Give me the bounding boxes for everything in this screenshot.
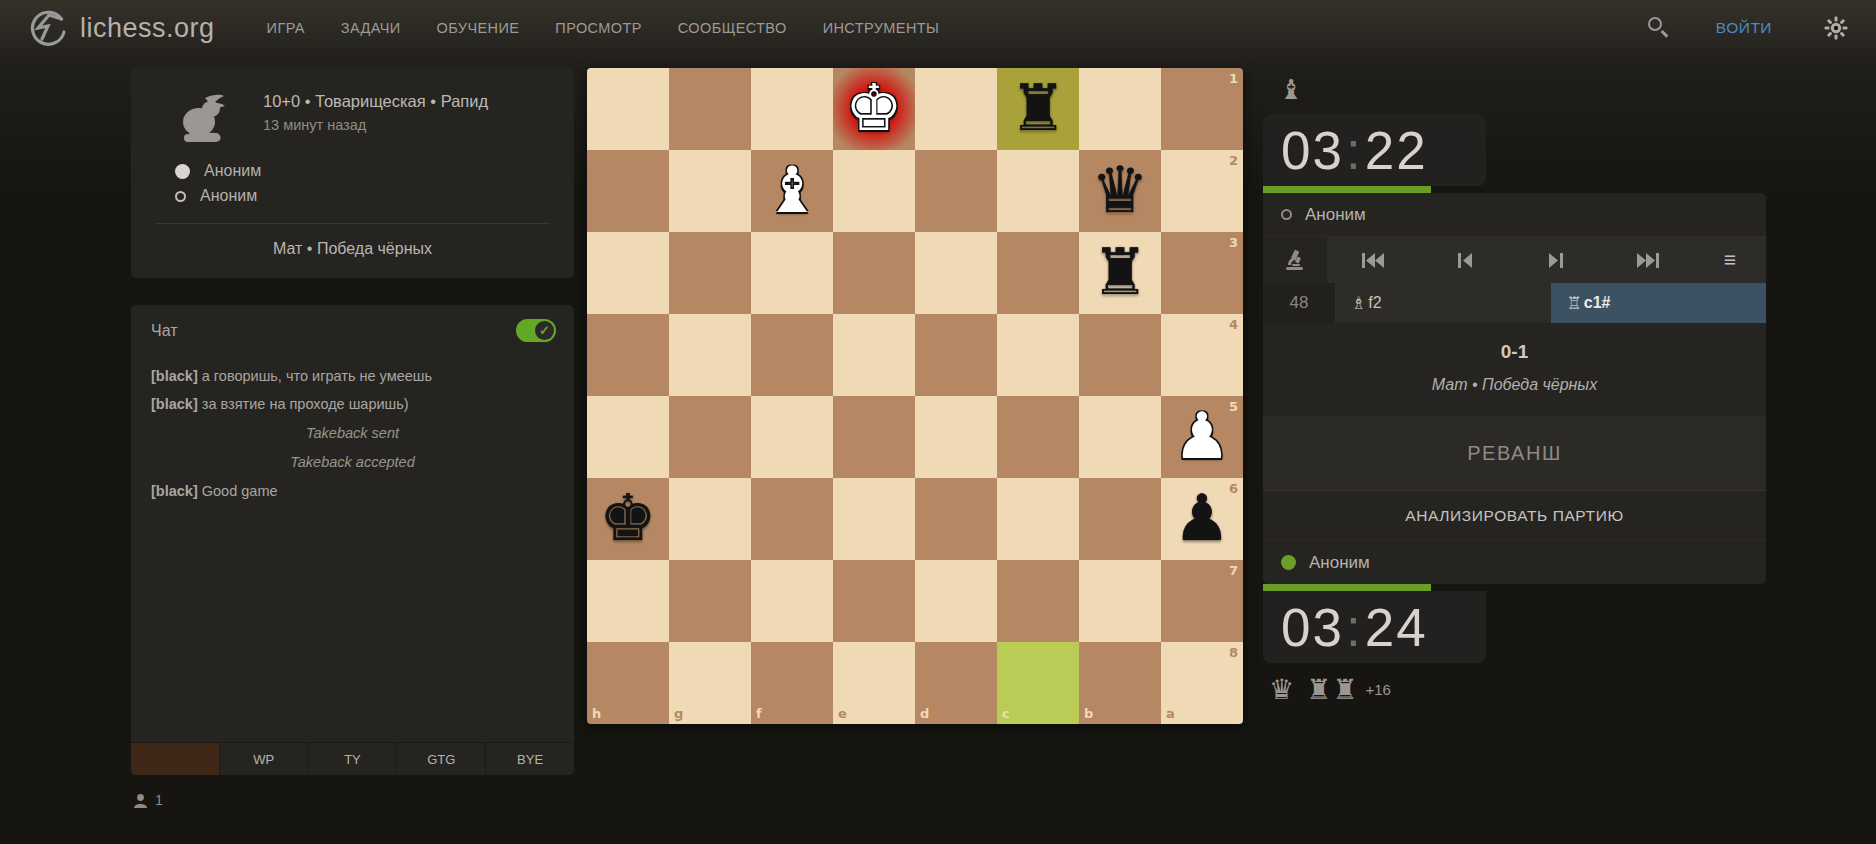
clock-bottom: 03:24 — [1263, 591, 1486, 663]
chat-title: Чат — [151, 322, 178, 340]
piece-black-queen-b2[interactable]: ♛ — [1079, 150, 1161, 232]
analysis-board-button[interactable] — [1263, 237, 1327, 283]
black-player-name: Аноним — [200, 187, 257, 205]
square-f6[interactable] — [751, 478, 833, 560]
player-top-name: Аноним — [1305, 205, 1366, 225]
square-e3[interactable] — [833, 232, 915, 314]
square-e5[interactable] — [833, 396, 915, 478]
next-move-button[interactable] — [1511, 237, 1603, 283]
bishop-figurine: ♗ — [1351, 293, 1366, 313]
clock-bottom-seconds: 24 — [1365, 598, 1428, 657]
piece-black-rook-b3[interactable]: ♜ — [1079, 232, 1161, 314]
captured-queen-icon: ♛ — [1269, 673, 1294, 706]
chat-system-message: Takeback accepted — [151, 454, 554, 470]
last-move-button[interactable] — [1602, 237, 1694, 283]
game-setup-text: 10+0 • Товарищеская • Рапид — [263, 92, 488, 111]
square-a5[interactable]: 5♟ — [1161, 396, 1243, 478]
square-h7[interactable] — [587, 560, 669, 642]
square-d5[interactable] — [915, 396, 997, 478]
clock-top-progress-bar — [1263, 186, 1431, 193]
square-g5[interactable] — [669, 396, 751, 478]
square-e1[interactable]: ♚ — [833, 68, 915, 150]
piece-white-king-e1[interactable]: ♚ — [833, 68, 915, 150]
square-g4[interactable] — [669, 314, 751, 396]
square-d3[interactable] — [915, 232, 997, 314]
square-a2[interactable]: 2 — [1161, 150, 1243, 232]
square-c4[interactable] — [997, 314, 1079, 396]
square-h5[interactable] — [587, 396, 669, 478]
file-label-f: f — [756, 706, 762, 721]
black-player-row[interactable]: Аноним — [175, 187, 574, 205]
captured-pieces-black: ♛ ♜ ♜ +16 — [1269, 673, 1766, 706]
chat-message: [black] Good game — [151, 483, 554, 499]
captured-pieces-white: ♝ — [1279, 72, 1766, 108]
move-controls: ≡ — [1263, 237, 1766, 283]
chat-message: [black] за взятие на проходе шаришь) — [151, 396, 554, 412]
move-list: 48 ♗ f2 ♖ c1# — [1263, 283, 1766, 323]
square-c8[interactable]: c — [997, 642, 1079, 724]
logo-text[interactable]: lichess.org — [80, 13, 215, 44]
move-white-bf2[interactable]: ♗ f2 — [1335, 283, 1551, 323]
clock-top-seconds: 22 — [1365, 121, 1428, 180]
piece-black-pawn-a6[interactable]: ♟ — [1161, 478, 1243, 560]
square-f4[interactable] — [751, 314, 833, 396]
rabbit-icon — [175, 92, 227, 146]
result-description: Мат • Победа чёрных — [1263, 376, 1766, 394]
preset-gtg-button[interactable]: GTG — [396, 743, 485, 775]
nav-item-tools[interactable]: ИНСТРУМЕНТЫ — [823, 20, 940, 36]
prev-move-button[interactable] — [1419, 237, 1511, 283]
square-f7[interactable] — [751, 560, 833, 642]
player-bottom-row[interactable]: Аноним — [1263, 540, 1766, 584]
chat-toggle[interactable]: ✓ — [516, 319, 556, 342]
game-info-panel: 10+0 • Товарищеская • Рапид 13 минут наз… — [131, 68, 574, 278]
square-e7[interactable] — [833, 560, 915, 642]
clock-bottom-minutes: 03 — [1281, 598, 1344, 657]
game-result-text: Мат • Победа чёрных — [131, 224, 574, 278]
square-b4[interactable] — [1079, 314, 1161, 396]
black-color-icon — [175, 191, 186, 202]
chat-messages: [black] а говоришь, что играть не умеешь… — [131, 350, 574, 517]
square-b6[interactable] — [1079, 478, 1161, 560]
square-d7[interactable] — [915, 560, 997, 642]
square-f5[interactable] — [751, 396, 833, 478]
rank-label-8: 8 — [1229, 645, 1238, 660]
rank-label-4: 4 — [1229, 317, 1238, 332]
spectator-count: 1 — [133, 792, 163, 808]
file-label-c: c — [1002, 706, 1010, 721]
rank-label-2: 2 — [1229, 153, 1238, 168]
captured-rook-icon: ♜ — [1306, 673, 1329, 706]
square-d8[interactable]: d — [915, 642, 997, 724]
square-c7[interactable] — [997, 560, 1079, 642]
checkmark-icon: ✓ — [535, 321, 554, 340]
rook-figurine: ♖ — [1567, 293, 1582, 313]
nav-item-play[interactable]: ИГРА — [267, 20, 305, 36]
chat-presets: WP TY GTG BYE — [131, 742, 574, 775]
square-f2[interactable]: ♝ — [751, 150, 833, 232]
game-time-ago: 13 минут назад — [263, 117, 488, 133]
piece-white-bishop-f2[interactable]: ♝ — [751, 150, 833, 232]
rematch-button[interactable]: РЕВАНШ — [1263, 416, 1766, 490]
square-g7[interactable] — [669, 560, 751, 642]
white-player-name: Аноним — [204, 162, 261, 180]
file-label-d: d — [920, 706, 929, 721]
square-g6[interactable] — [669, 478, 751, 560]
top-nav: lichess.org ИГРА ЗАДАЧИ ОБУЧЕНИЕ ПРОСМОТ… — [0, 0, 1876, 56]
move-black-rc1-mate[interactable]: ♖ c1# — [1551, 283, 1767, 323]
square-a1[interactable]: 1 — [1161, 68, 1243, 150]
move-number: 48 — [1263, 283, 1335, 323]
square-h3[interactable] — [587, 232, 669, 314]
file-label-e: e — [838, 706, 847, 721]
menu-icon[interactable]: ≡ — [1694, 237, 1766, 283]
preset-ty-button[interactable]: TY — [308, 743, 397, 775]
square-h2[interactable] — [587, 150, 669, 232]
square-h4[interactable] — [587, 314, 669, 396]
result-block: 0-1 Мат • Победа чёрных — [1263, 323, 1766, 416]
square-c3[interactable] — [997, 232, 1079, 314]
square-b2[interactable]: ♛ — [1079, 150, 1161, 232]
nav-item-learn[interactable]: ОБУЧЕНИЕ — [437, 20, 520, 36]
material-advantage: +16 — [1365, 681, 1390, 698]
square-a4[interactable]: 4 — [1161, 314, 1243, 396]
nav-item-watch[interactable]: ПРОСМОТР — [555, 20, 641, 36]
preset-bye-button[interactable]: BYE — [485, 743, 574, 775]
square-c1[interactable]: ♜ — [997, 68, 1079, 150]
player-top-row[interactable]: Аноним — [1263, 193, 1766, 237]
file-label-a: a — [1166, 706, 1175, 721]
square-c6[interactable] — [997, 478, 1079, 560]
piece-black-king-h6[interactable]: ♚ — [587, 478, 669, 560]
player-bottom-name: Аноним — [1309, 553, 1370, 573]
gear-icon[interactable] — [1824, 16, 1848, 40]
knight-logo-icon — [28, 6, 68, 50]
lichess-logo[interactable]: lichess.org — [28, 6, 215, 50]
clock-bottom-progress-bar — [1263, 584, 1431, 591]
chess-board[interactable]: ♚♜1♝♛2♜345♟♚6♟7hgfedcba8 — [587, 68, 1243, 724]
file-label-g: g — [674, 706, 683, 721]
rank-label-7: 7 — [1229, 563, 1238, 578]
clock-top: 03:22 — [1263, 114, 1486, 186]
square-b1[interactable] — [1079, 68, 1161, 150]
chat-message: [black] а говоришь, что играть не умеешь — [151, 368, 554, 384]
result-score: 0-1 — [1263, 341, 1766, 363]
main-menu: ИГРА ЗАДАЧИ ОБУЧЕНИЕ ПРОСМОТР СООБЩЕСТВО… — [267, 20, 940, 36]
rank-label-3: 3 — [1229, 235, 1238, 250]
game-controls-box: Аноним — [1263, 193, 1766, 584]
game-side-panel: ♝ 03:22 Аноним — [1263, 68, 1766, 706]
square-a8[interactable]: a8 — [1161, 642, 1243, 724]
square-b8[interactable]: b — [1079, 642, 1161, 724]
file-label-b: b — [1084, 706, 1093, 721]
file-label-h: h — [592, 706, 601, 721]
login-button[interactable]: ВОЙТИ — [1716, 19, 1772, 37]
square-e4[interactable] — [833, 314, 915, 396]
piece-black-rook-c1[interactable]: ♜ — [997, 68, 1079, 150]
square-c2[interactable] — [997, 150, 1079, 232]
square-a3[interactable]: 3 — [1161, 232, 1243, 314]
square-g3[interactable] — [669, 232, 751, 314]
square-b7[interactable] — [1079, 560, 1161, 642]
square-g1[interactable] — [669, 68, 751, 150]
first-move-button[interactable] — [1327, 237, 1419, 283]
chat-panel: Чат ✓ [black] а говоришь, что играть не … — [131, 305, 574, 775]
square-e2[interactable] — [833, 150, 915, 232]
square-g8[interactable]: g — [669, 642, 751, 724]
microscope-icon — [1284, 249, 1306, 271]
nav-item-community[interactable]: СООБЩЕСТВО — [678, 20, 787, 36]
chat-system-message: Takeback sent — [151, 425, 554, 441]
square-h6[interactable]: ♚ — [587, 478, 669, 560]
rank-label-1: 1 — [1229, 71, 1238, 86]
nav-item-puzzles[interactable]: ЗАДАЧИ — [341, 20, 401, 36]
square-a7[interactable]: 7 — [1161, 560, 1243, 642]
square-f8[interactable]: f — [751, 642, 833, 724]
analyze-game-button[interactable]: АНАЛИЗИРОВАТЬ ПАРТИЮ — [1263, 490, 1766, 540]
square-f1[interactable] — [751, 68, 833, 150]
piece-white-pawn-a5[interactable]: ♟ — [1161, 396, 1243, 478]
square-h1[interactable] — [587, 68, 669, 150]
white-color-icon — [175, 164, 190, 179]
square-f3[interactable] — [751, 232, 833, 314]
chat-input-cell[interactable] — [131, 743, 219, 775]
person-icon — [133, 793, 148, 808]
square-d4[interactable] — [915, 314, 997, 396]
square-b5[interactable] — [1079, 396, 1161, 478]
search-icon[interactable] — [1648, 17, 1670, 39]
captured-rook-icon: ♜ — [1332, 673, 1355, 706]
square-d1[interactable] — [915, 68, 997, 150]
lichess-game-page: lichess.org ИГРА ЗАДАЧИ ОБУЧЕНИЕ ПРОСМОТ… — [0, 0, 1876, 844]
square-g2[interactable] — [669, 150, 751, 232]
online-dot-icon — [1281, 555, 1296, 570]
square-a6[interactable]: 6♟ — [1161, 478, 1243, 560]
square-e8[interactable]: e — [833, 642, 915, 724]
square-d6[interactable] — [915, 478, 997, 560]
captured-bishop-icon: ♝ — [1279, 74, 1303, 105]
square-b3[interactable]: ♜ — [1079, 232, 1161, 314]
black-color-ring-icon — [1281, 209, 1292, 220]
square-h8[interactable]: h — [587, 642, 669, 724]
clock-top-minutes: 03 — [1281, 121, 1344, 180]
square-d2[interactable] — [915, 150, 997, 232]
square-c5[interactable] — [997, 396, 1079, 478]
preset-wp-button[interactable]: WP — [219, 743, 308, 775]
white-player-row[interactable]: Аноним — [175, 162, 574, 180]
square-e6[interactable] — [833, 478, 915, 560]
